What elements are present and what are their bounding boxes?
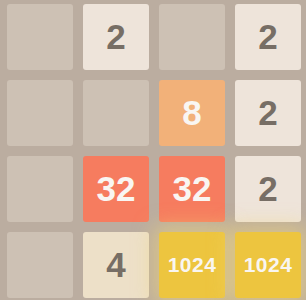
tile-1024-r4c3: 1024 [159,232,225,298]
tile-2-r2c4: 2 [235,80,301,146]
empty-cell-r3c1 [7,156,73,222]
empty-cell-r2c2 [83,80,149,146]
tile-4-r4c2: 4 [83,232,149,298]
empty-cell-r1c1 [7,4,73,70]
tile-2-r1c4: 2 [235,4,301,70]
game-board-2048[interactable]: 228232322410241024 [0,0,306,300]
empty-cell-r4c1 [7,232,73,298]
empty-cell-r1c3 [159,4,225,70]
tile-32-r3c3: 32 [159,156,225,222]
tile-8-r2c3: 8 [159,80,225,146]
tile-32-r3c2: 32 [83,156,149,222]
tile-2-r3c4: 2 [235,156,301,222]
empty-cell-r2c1 [7,80,73,146]
tile-1024-r4c4: 1024 [235,232,301,298]
tile-2-r1c2: 2 [83,4,149,70]
